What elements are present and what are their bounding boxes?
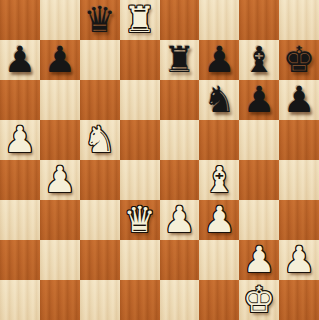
square-b1[interactable]	[40, 280, 80, 320]
square-e7[interactable]: ♜	[160, 40, 200, 80]
square-a1[interactable]	[0, 280, 40, 320]
square-b5[interactable]	[40, 120, 80, 160]
black-king-piece[interactable]: ♚	[283, 40, 315, 80]
square-g5[interactable]	[239, 120, 279, 160]
white-pawn-piece[interactable]: ♟	[243, 240, 275, 280]
square-b6[interactable]	[40, 80, 80, 120]
square-e1[interactable]	[160, 280, 200, 320]
square-c1[interactable]	[80, 280, 120, 320]
square-e4[interactable]	[160, 160, 200, 200]
square-f3[interactable]: ♟	[199, 200, 239, 240]
black-pawn-piece[interactable]: ♟	[243, 80, 275, 120]
square-h8[interactable]	[279, 0, 319, 40]
square-f4[interactable]: ♝	[199, 160, 239, 200]
white-pawn-piece[interactable]: ♟	[4, 120, 36, 160]
chess-board: ♛♜♟♟♜♟♝♚♞♟♟♟♞♟♝♛♟♟♟♟♚	[0, 0, 319, 320]
square-e3[interactable]: ♟	[160, 200, 200, 240]
square-h1[interactable]	[279, 280, 319, 320]
square-f1[interactable]	[199, 280, 239, 320]
white-pawn-piece[interactable]: ♟	[163, 200, 195, 240]
square-c4[interactable]	[80, 160, 120, 200]
square-c7[interactable]	[80, 40, 120, 80]
square-a2[interactable]	[0, 240, 40, 280]
white-queen-piece[interactable]: ♛	[123, 200, 155, 240]
square-d8[interactable]: ♜	[120, 0, 160, 40]
square-c2[interactable]	[80, 240, 120, 280]
square-a3[interactable]	[0, 200, 40, 240]
black-pawn-piece[interactable]: ♟	[4, 40, 36, 80]
square-a7[interactable]: ♟	[0, 40, 40, 80]
square-d6[interactable]	[120, 80, 160, 120]
square-h2[interactable]: ♟	[279, 240, 319, 280]
square-f5[interactable]	[199, 120, 239, 160]
black-pawn-piece[interactable]: ♟	[203, 40, 235, 80]
white-pawn-piece[interactable]: ♟	[283, 240, 315, 280]
square-c5[interactable]: ♞	[80, 120, 120, 160]
square-b4[interactable]: ♟	[40, 160, 80, 200]
square-e2[interactable]	[160, 240, 200, 280]
square-g4[interactable]	[239, 160, 279, 200]
black-knight-piece[interactable]: ♞	[203, 80, 235, 120]
square-e5[interactable]	[160, 120, 200, 160]
square-f7[interactable]: ♟	[199, 40, 239, 80]
white-knight-piece[interactable]: ♞	[84, 120, 116, 160]
square-d3[interactable]: ♛	[120, 200, 160, 240]
square-h3[interactable]	[279, 200, 319, 240]
white-bishop-piece[interactable]: ♝	[203, 160, 235, 200]
square-b3[interactable]	[40, 200, 80, 240]
square-a6[interactable]	[0, 80, 40, 120]
black-pawn-piece[interactable]: ♟	[283, 80, 315, 120]
square-h4[interactable]	[279, 160, 319, 200]
square-c3[interactable]	[80, 200, 120, 240]
square-a4[interactable]	[0, 160, 40, 200]
white-rook-piece[interactable]: ♜	[123, 0, 155, 40]
square-e6[interactable]	[160, 80, 200, 120]
square-c6[interactable]	[80, 80, 120, 120]
square-g3[interactable]	[239, 200, 279, 240]
square-d5[interactable]	[120, 120, 160, 160]
square-a8[interactable]	[0, 0, 40, 40]
square-e8[interactable]	[160, 0, 200, 40]
black-queen-piece[interactable]: ♛	[84, 0, 116, 40]
white-king-piece[interactable]: ♚	[243, 280, 275, 320]
square-b2[interactable]	[40, 240, 80, 280]
square-c8[interactable]: ♛	[80, 0, 120, 40]
square-h7[interactable]: ♚	[279, 40, 319, 80]
square-b8[interactable]	[40, 0, 80, 40]
black-pawn-piece[interactable]: ♟	[44, 40, 76, 80]
square-d1[interactable]	[120, 280, 160, 320]
black-rook-piece[interactable]: ♜	[163, 40, 195, 80]
square-g2[interactable]: ♟	[239, 240, 279, 280]
square-d7[interactable]	[120, 40, 160, 80]
black-bishop-piece[interactable]: ♝	[243, 40, 275, 80]
square-g6[interactable]: ♟	[239, 80, 279, 120]
white-pawn-piece[interactable]: ♟	[203, 200, 235, 240]
square-g1[interactable]: ♚	[239, 280, 279, 320]
square-f8[interactable]	[199, 0, 239, 40]
square-f2[interactable]	[199, 240, 239, 280]
white-pawn-piece[interactable]: ♟	[44, 160, 76, 200]
square-d2[interactable]	[120, 240, 160, 280]
square-d4[interactable]	[120, 160, 160, 200]
square-f6[interactable]: ♞	[199, 80, 239, 120]
square-g7[interactable]: ♝	[239, 40, 279, 80]
square-h5[interactable]	[279, 120, 319, 160]
square-b7[interactable]: ♟	[40, 40, 80, 80]
square-g8[interactable]	[239, 0, 279, 40]
chess-diagram: ♛♜♟♟♜♟♝♚♞♟♟♟♞♟♝♛♟♟♟♟♚	[0, 0, 319, 320]
square-a5[interactable]: ♟	[0, 120, 40, 160]
square-h6[interactable]: ♟	[279, 80, 319, 120]
